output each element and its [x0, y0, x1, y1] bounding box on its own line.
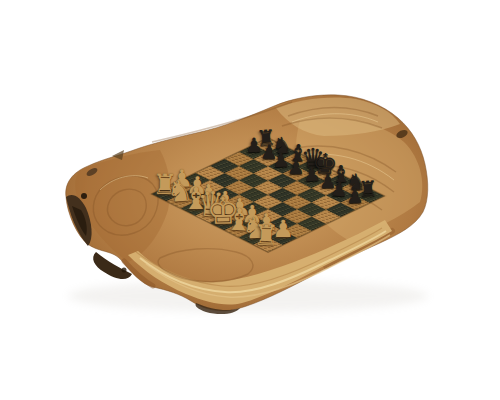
product-photo-stage: ♜♞♝♛♚♝♞♜♟♟♟♟♟♟♟♟♟♟♟♟♟♟♟♟♜♞♝♛♚♝♞♜ [0, 0, 500, 400]
